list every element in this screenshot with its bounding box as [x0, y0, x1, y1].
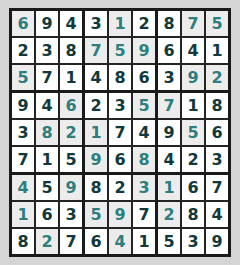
cell-r4c2[interactable]: 4 [36, 93, 58, 118]
cell-r3c7[interactable]: 3 [158, 65, 180, 90]
cell-r3c8[interactable]: 9 [182, 65, 204, 90]
cell-r7c8[interactable]: 6 [182, 175, 204, 200]
cell-r8c9[interactable]: 4 [206, 202, 228, 227]
cell-r6c4[interactable]: 9 [85, 147, 107, 172]
box-2: 312759486 [85, 11, 155, 90]
cell-r4c6[interactable]: 5 [133, 93, 155, 118]
cell-r2c8[interactable]: 4 [182, 38, 204, 63]
cell-r8c8[interactable]: 8 [182, 202, 204, 227]
cell-r3c9[interactable]: 2 [206, 65, 228, 90]
cell-r2c2[interactable]: 3 [36, 38, 58, 63]
cell-r3c6[interactable]: 6 [133, 65, 155, 90]
cell-r1c7[interactable]: 8 [158, 11, 180, 36]
cell-r1c5[interactable]: 1 [109, 11, 131, 36]
cell-r8c1[interactable]: 1 [12, 202, 34, 227]
cell-r1c1[interactable]: 6 [12, 11, 34, 36]
cell-r7c7[interactable]: 1 [158, 175, 180, 200]
cell-r4c4[interactable]: 2 [85, 93, 107, 118]
cell-r3c4[interactable]: 4 [85, 65, 107, 90]
cell-r6c3[interactable]: 5 [60, 147, 82, 172]
cell-r4c5[interactable]: 3 [109, 93, 131, 118]
cell-r7c4[interactable]: 8 [85, 175, 107, 200]
cell-r6c8[interactable]: 2 [182, 147, 204, 172]
sudoku-board: 6942385713127594868756413929463827152351… [9, 8, 231, 257]
cell-r7c6[interactable]: 3 [133, 175, 155, 200]
cell-r7c3[interactable]: 9 [60, 175, 82, 200]
cell-r2c5[interactable]: 5 [109, 38, 131, 63]
cell-r5c4[interactable]: 1 [85, 120, 107, 145]
cell-r4c1[interactable]: 9 [12, 93, 34, 118]
box-6: 718956423 [158, 93, 228, 172]
cell-r2c1[interactable]: 2 [12, 38, 34, 63]
cell-r5c8[interactable]: 5 [182, 120, 204, 145]
cell-r5c2[interactable]: 8 [36, 120, 58, 145]
cell-r4c8[interactable]: 1 [182, 93, 204, 118]
cell-r5c9[interactable]: 6 [206, 120, 228, 145]
box-9: 167284539 [158, 175, 228, 254]
cell-r7c2[interactable]: 5 [36, 175, 58, 200]
box-8: 823597641 [85, 175, 155, 254]
cell-r6c5[interactable]: 6 [109, 147, 131, 172]
cell-r8c7[interactable]: 2 [158, 202, 180, 227]
cell-r6c7[interactable]: 4 [158, 147, 180, 172]
cell-r6c1[interactable]: 7 [12, 147, 34, 172]
cell-r7c9[interactable]: 7 [206, 175, 228, 200]
cell-r4c7[interactable]: 7 [158, 93, 180, 118]
cell-r8c5[interactable]: 9 [109, 202, 131, 227]
cell-r3c1[interactable]: 5 [12, 65, 34, 90]
cell-r7c5[interactable]: 2 [109, 175, 131, 200]
cell-r9c1[interactable]: 8 [12, 229, 34, 254]
cell-r3c3[interactable]: 1 [60, 65, 82, 90]
cell-r6c2[interactable]: 1 [36, 147, 58, 172]
box-3: 875641392 [158, 11, 228, 90]
cell-r1c3[interactable]: 4 [60, 11, 82, 36]
cell-r2c3[interactable]: 8 [60, 38, 82, 63]
cell-r5c6[interactable]: 4 [133, 120, 155, 145]
cell-r9c7[interactable]: 5 [158, 229, 180, 254]
cell-r8c3[interactable]: 3 [60, 202, 82, 227]
box-7: 459163827 [12, 175, 82, 254]
cell-r1c2[interactable]: 9 [36, 11, 58, 36]
cell-r4c3[interactable]: 6 [60, 93, 82, 118]
cell-r8c6[interactable]: 7 [133, 202, 155, 227]
cell-r4c9[interactable]: 8 [206, 93, 228, 118]
cell-r1c6[interactable]: 2 [133, 11, 155, 36]
box-5: 235174968 [85, 93, 155, 172]
cell-r1c8[interactable]: 7 [182, 11, 204, 36]
box-4: 946382715 [12, 93, 82, 172]
cell-r9c2[interactable]: 2 [36, 229, 58, 254]
cell-r6c6[interactable]: 8 [133, 147, 155, 172]
cell-r5c3[interactable]: 2 [60, 120, 82, 145]
cell-r3c5[interactable]: 8 [109, 65, 131, 90]
cell-r2c9[interactable]: 1 [206, 38, 228, 63]
cell-r5c5[interactable]: 7 [109, 120, 131, 145]
cell-r5c7[interactable]: 9 [158, 120, 180, 145]
cell-r6c9[interactable]: 3 [206, 147, 228, 172]
cell-r9c5[interactable]: 4 [109, 229, 131, 254]
cell-r9c4[interactable]: 6 [85, 229, 107, 254]
cell-r1c9[interactable]: 5 [206, 11, 228, 36]
cell-r9c3[interactable]: 7 [60, 229, 82, 254]
cell-r8c4[interactable]: 5 [85, 202, 107, 227]
cell-r3c2[interactable]: 7 [36, 65, 58, 90]
cell-r9c8[interactable]: 3 [182, 229, 204, 254]
cell-r9c6[interactable]: 1 [133, 229, 155, 254]
cell-r8c2[interactable]: 6 [36, 202, 58, 227]
cell-r2c4[interactable]: 7 [85, 38, 107, 63]
box-1: 694238571 [12, 11, 82, 90]
cell-r1c4[interactable]: 3 [85, 11, 107, 36]
cell-r9c9[interactable]: 9 [206, 229, 228, 254]
cell-r5c1[interactable]: 3 [12, 120, 34, 145]
cell-r7c1[interactable]: 4 [12, 175, 34, 200]
cell-r2c7[interactable]: 6 [158, 38, 180, 63]
cell-r2c6[interactable]: 9 [133, 38, 155, 63]
